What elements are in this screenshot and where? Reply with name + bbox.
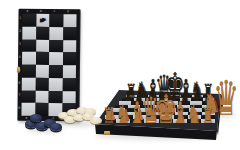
folded-file-label: a (27, 10, 29, 13)
folded-square (22, 77, 36, 90)
folded-file-label: d (67, 10, 69, 13)
folded-square (49, 90, 63, 103)
folded-square (62, 65, 76, 78)
folded-square (63, 14, 77, 27)
folded-rank-label: 8 (18, 107, 20, 110)
folded-chessboard: ♞ 12345678aabbccdd (17, 9, 80, 122)
folded-square (35, 90, 49, 103)
knight-logo-icon: ♞ (38, 16, 47, 24)
folded-rank-label: 3 (19, 42, 21, 45)
folded-square (49, 27, 63, 40)
folded-square (22, 39, 36, 52)
box-clasp (104, 131, 110, 135)
folded-rank-label: 4 (19, 55, 21, 58)
folded-square (22, 90, 36, 103)
folded-square (49, 14, 63, 27)
folded-square (35, 65, 49, 78)
folded-rank-label: 2 (19, 30, 21, 33)
folded-file-label: a (25, 116, 27, 119)
folded-rank-label: 5 (19, 68, 21, 71)
folded-rank-label: 7 (18, 94, 20, 97)
piece-white-knight: ♞ (186, 102, 201, 128)
folded-square (49, 78, 63, 91)
folded-square (49, 65, 63, 78)
folded-file-label: b (40, 10, 42, 13)
folded-square (63, 27, 77, 40)
folded-board-coords: 12345678aabbccdd (19, 9, 81, 10)
folded-square (35, 78, 49, 91)
loose-wooden-queen: ♛ (213, 74, 239, 122)
product-photo: ♞ 12345678aabbccdd ♜♞♝♛♚♝♞♜♟♟♟♟♟♟♟♟♟♟♟♟♟… (0, 0, 240, 150)
folded-square (36, 27, 50, 40)
folded-square (62, 52, 76, 65)
folded-square (49, 52, 63, 65)
folded-square (22, 52, 36, 65)
folded-square: ♞ (36, 14, 50, 27)
folded-square (63, 40, 77, 53)
folded-file-label: c (54, 10, 56, 13)
folded-rank-label: 1 (19, 17, 21, 20)
folded-square (22, 26, 36, 39)
folded-square (36, 39, 50, 52)
checker-navy (50, 123, 62, 131)
folded-board-grid: ♞ (21, 14, 76, 117)
folded-square (62, 78, 76, 91)
checker-navy (30, 114, 42, 122)
folded-square (62, 91, 76, 104)
folded-square (22, 14, 36, 27)
folded-square (22, 65, 36, 78)
piece-white-rook: ♜ (103, 105, 115, 127)
folded-square (36, 52, 50, 65)
folded-rank-label: 6 (19, 81, 21, 84)
folded-square (49, 40, 63, 53)
checker-cream (90, 117, 102, 124)
